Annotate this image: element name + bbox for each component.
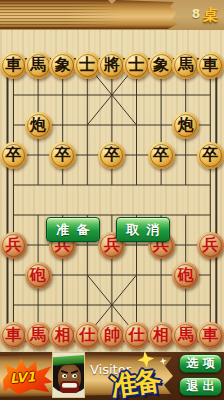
level-badge: LV1 xyxy=(3,358,53,396)
piece-black-象[interactable]: 象 xyxy=(49,52,76,79)
piece-black-士[interactable]: 士 xyxy=(74,52,101,79)
cancel-button[interactable]: 取消 xyxy=(116,217,170,242)
piece-red-相[interactable]: 相 xyxy=(49,322,76,349)
piece-black-卒[interactable]: 卒 xyxy=(98,142,125,169)
piece-red-車[interactable]: 車 xyxy=(0,322,27,349)
piece-black-卒[interactable]: 卒 xyxy=(0,142,27,169)
piece-red-兵[interactable]: 兵 xyxy=(197,232,224,259)
piece-red-馬[interactable]: 馬 xyxy=(172,322,199,349)
table-word: 桌 xyxy=(203,6,218,24)
exit-button[interactable]: 退出 xyxy=(179,377,222,396)
piece-red-兵[interactable]: 兵 xyxy=(0,232,27,259)
xiangqi-board[interactable]: 車馬象士將士象馬車炮炮卒卒卒卒卒兵兵兵兵兵砲砲車馬相仕帥仕相馬車 准备 取消 xyxy=(0,30,224,356)
piece-red-砲[interactable]: 砲 xyxy=(25,262,52,289)
xiangqi-game-window: 8桌 車馬象士將士象馬車炮炮卒卒卒卒卒兵兵兵兵兵砲砲車馬相仕帥仕相馬車 准备 取… xyxy=(0,0,224,400)
avatar-mouth xyxy=(60,381,79,393)
table-number: 8 xyxy=(192,7,200,21)
table-label: 8桌 xyxy=(192,5,218,23)
piece-black-卒[interactable]: 卒 xyxy=(148,142,175,169)
avatar-eye xyxy=(62,374,67,378)
options-button[interactable]: 选项 xyxy=(179,354,222,373)
wood-grain-texture xyxy=(0,1,120,28)
piece-black-車[interactable]: 車 xyxy=(0,52,27,79)
piece-black-將[interactable]: 將 xyxy=(98,52,125,79)
status-bar: LV1 Visitor 准备 选项 退出 xyxy=(0,352,224,400)
player-avatar[interactable] xyxy=(52,352,85,398)
level-text: LV1 xyxy=(10,369,37,386)
top-bar: 8桌 xyxy=(0,0,224,30)
piece-red-馬[interactable]: 馬 xyxy=(25,322,52,349)
piece-black-卒[interactable]: 卒 xyxy=(49,142,76,169)
piece-black-象[interactable]: 象 xyxy=(148,52,175,79)
piece-black-馬[interactable]: 馬 xyxy=(25,52,52,79)
piece-black-炮[interactable]: 炮 xyxy=(172,112,199,139)
piece-red-仕[interactable]: 仕 xyxy=(74,322,101,349)
avatar-teeth xyxy=(62,383,77,388)
player-name: Visitor xyxy=(90,362,131,377)
piece-black-炮[interactable]: 炮 xyxy=(25,112,52,139)
piece-black-車[interactable]: 車 xyxy=(197,52,224,79)
piece-black-卒[interactable]: 卒 xyxy=(197,142,224,169)
ready-button[interactable]: 准备 xyxy=(46,217,100,242)
piece-black-士[interactable]: 士 xyxy=(123,52,150,79)
board-grid xyxy=(0,30,224,356)
piece-red-相[interactable]: 相 xyxy=(148,322,175,349)
piece-black-馬[interactable]: 馬 xyxy=(172,52,199,79)
piece-red-仕[interactable]: 仕 xyxy=(123,322,150,349)
piece-red-帥[interactable]: 帥 xyxy=(98,322,125,349)
piece-red-車[interactable]: 車 xyxy=(197,322,224,349)
avatar-eye xyxy=(72,374,77,378)
piece-red-砲[interactable]: 砲 xyxy=(172,262,199,289)
